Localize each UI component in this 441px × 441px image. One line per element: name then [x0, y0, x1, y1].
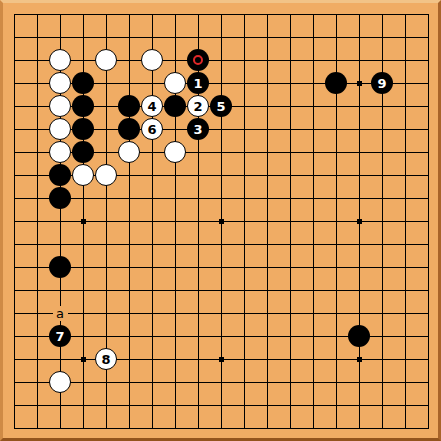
stone-black [164, 95, 186, 117]
stone-black-1: 1 [187, 72, 209, 94]
star-point [357, 81, 362, 86]
stone-white [49, 95, 71, 117]
stone-black-7: 7 [49, 325, 71, 347]
star-point [219, 219, 224, 224]
stone-black [72, 141, 94, 163]
stone-white [49, 371, 71, 393]
stone-number: 9 [377, 77, 386, 90]
go-board: a194256378 [0, 0, 441, 441]
stone-black [72, 118, 94, 140]
stone-white [164, 72, 186, 94]
point-label-a: a [53, 306, 68, 321]
stone-number: 1 [193, 77, 202, 90]
stone-black [118, 95, 140, 117]
stone-black-3: 3 [187, 118, 209, 140]
stone-black [49, 256, 71, 278]
stone-black [118, 118, 140, 140]
star-point [219, 357, 224, 362]
stone-number: 6 [147, 123, 156, 136]
stone-white [49, 72, 71, 94]
stone-white [95, 164, 117, 186]
stone-white [49, 49, 71, 71]
stone-number: 5 [216, 100, 225, 113]
stone-white [95, 49, 117, 71]
stone-black [325, 72, 347, 94]
circle-marker-icon [193, 55, 203, 65]
stone-black [72, 72, 94, 94]
stone-number: 7 [55, 330, 64, 343]
stone-black-5: 5 [210, 95, 232, 117]
star-point [357, 219, 362, 224]
stone-number: 8 [101, 353, 110, 366]
stone-white-8: 8 [95, 348, 117, 370]
star-point [81, 219, 86, 224]
star-point [357, 357, 362, 362]
stone-number: 2 [193, 100, 202, 113]
stone-white [49, 141, 71, 163]
board-grid: a194256378 [3, 3, 440, 440]
star-point [81, 357, 86, 362]
stone-black [49, 164, 71, 186]
stone-white-6: 6 [141, 118, 163, 140]
stone-white [141, 49, 163, 71]
stone-white [118, 141, 140, 163]
stone-black [72, 95, 94, 117]
stone-black-9: 9 [371, 72, 393, 94]
stone-white-4: 4 [141, 95, 163, 117]
stone-black [49, 187, 71, 209]
stone-number: 4 [147, 100, 156, 113]
stone-white [164, 141, 186, 163]
stone-white [49, 118, 71, 140]
stone-white [72, 164, 94, 186]
stone-number: 3 [193, 123, 202, 136]
stone-black-marked [187, 49, 209, 71]
stone-white-2: 2 [187, 95, 209, 117]
stone-black [348, 325, 370, 347]
